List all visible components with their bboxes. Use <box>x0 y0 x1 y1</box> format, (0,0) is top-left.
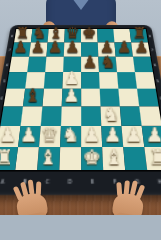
file-label-a: A <box>0 173 11 188</box>
square-d2[interactable]: ♞ <box>59 126 80 147</box>
square-b7[interactable]: ♟ <box>29 42 48 56</box>
square-a7[interactable]: ♟ <box>11 42 30 56</box>
piece-black-pawn-b7[interactable]: ♟ <box>30 40 45 56</box>
piece-black-pawn-g7[interactable]: ♟ <box>116 40 131 56</box>
piece-black-pawn-e6[interactable]: ♟ <box>82 54 97 71</box>
square-g4[interactable] <box>118 89 139 107</box>
square-e2[interactable]: ♟ <box>81 126 102 147</box>
piece-white-pawn-a2[interactable]: ♟ <box>0 126 16 146</box>
rank-label-5: 5 <box>1 75 7 85</box>
square-c2[interactable]: ♛ <box>38 126 60 147</box>
square-c4[interactable] <box>42 89 62 107</box>
piece-white-rook-h1[interactable]: ♜ <box>148 148 161 169</box>
piece-black-pawn-d7[interactable]: ♟ <box>65 40 80 56</box>
chess-board-frame: 87654321 87654321 ♜♞♝♛♚♜♟♟♟♟♟♟♟♟♞♟♝♟♞♟♟♛… <box>0 25 161 195</box>
square-h6[interactable] <box>132 57 152 72</box>
rank-label-7: 7 <box>6 45 11 54</box>
player-left-hand <box>11 181 50 215</box>
piece-white-pawn-d4[interactable]: ♟ <box>63 87 79 105</box>
square-e5[interactable] <box>81 72 100 89</box>
square-f5[interactable] <box>98 72 117 89</box>
piece-white-pawn-f2[interactable]: ♟ <box>103 126 121 146</box>
square-f1[interactable]: ♝ <box>102 147 125 170</box>
square-h1[interactable]: ♜ <box>144 147 161 170</box>
square-g2[interactable]: ♟ <box>121 126 144 147</box>
piece-black-knight-f6[interactable]: ♞ <box>100 54 115 71</box>
square-a6[interactable] <box>9 57 29 72</box>
piece-black-pawn-h7[interactable]: ♟ <box>134 40 149 56</box>
square-c5[interactable] <box>43 72 62 89</box>
square-c1[interactable]: ♝ <box>36 147 59 170</box>
square-c7[interactable]: ♟ <box>46 42 64 56</box>
square-g7[interactable]: ♟ <box>114 42 133 56</box>
square-h5[interactable] <box>134 72 155 89</box>
square-d1[interactable] <box>58 147 80 170</box>
square-e8[interactable]: ♚ <box>81 29 98 42</box>
piece-black-pawn-c7[interactable]: ♟ <box>47 40 62 56</box>
chess-board-area: 87654321 87654321 ♜♞♝♛♚♜♟♟♟♟♟♟♟♟♞♟♝♟♞♟♟♛… <box>1 23 160 165</box>
square-b4[interactable]: ♝ <box>22 89 43 107</box>
square-f6[interactable]: ♞ <box>98 57 117 72</box>
square-e4[interactable] <box>81 89 100 107</box>
piece-white-bishop-f1[interactable]: ♝ <box>104 148 122 169</box>
square-c6[interactable] <box>45 57 64 72</box>
rank-label-6: 6 <box>4 60 10 70</box>
square-e6[interactable]: ♟ <box>81 57 99 72</box>
square-d4[interactable]: ♟ <box>61 89 80 107</box>
piece-black-bishop-b4[interactable]: ♝ <box>24 87 40 105</box>
file-label-d: D <box>61 173 77 188</box>
square-e1[interactable]: ♚ <box>81 147 103 170</box>
square-g5[interactable] <box>116 72 136 89</box>
piece-white-pawn-e2[interactable]: ♟ <box>82 126 100 146</box>
rank-label-7: 7 <box>149 45 154 54</box>
square-h2[interactable]: ♟ <box>141 126 161 147</box>
piece-white-knight-d2[interactable]: ♞ <box>61 126 79 146</box>
square-b2[interactable]: ♟ <box>17 126 40 147</box>
rank-label-6: 6 <box>151 60 157 70</box>
square-d7[interactable]: ♟ <box>63 42 80 56</box>
square-g6[interactable] <box>115 57 134 72</box>
piece-white-pawn-b2[interactable]: ♟ <box>19 126 37 146</box>
file-label-e: E <box>84 173 100 188</box>
square-h4[interactable] <box>136 89 158 107</box>
square-a4[interactable] <box>3 89 25 107</box>
square-h7[interactable]: ♟ <box>131 42 150 56</box>
piece-white-pawn-g2[interactable]: ♟ <box>124 126 142 146</box>
square-b1[interactable] <box>14 147 38 170</box>
piece-white-pawn-h2[interactable]: ♟ <box>145 126 161 146</box>
piece-white-king-e1[interactable]: ♚ <box>82 148 100 169</box>
square-g1[interactable] <box>123 147 147 170</box>
square-b6[interactable] <box>27 57 46 72</box>
piece-white-bishop-c1[interactable]: ♝ <box>38 148 56 169</box>
file-label-h: H <box>150 173 161 188</box>
piece-black-pawn-a7[interactable]: ♟ <box>13 40 28 56</box>
piece-white-knight-f3[interactable]: ♞ <box>102 106 119 125</box>
player-right-hand <box>109 181 148 215</box>
chess-board-grid[interactable]: ♜♞♝♛♚♜♟♟♟♟♟♟♟♟♞♟♝♟♞♟♟♛♞♟♟♟♟♜♝♚♝♜ <box>0 29 161 170</box>
square-a2[interactable]: ♟ <box>0 126 20 147</box>
square-f2[interactable]: ♟ <box>101 126 123 147</box>
square-a5[interactable] <box>6 72 27 89</box>
piece-black-king-e8[interactable]: ♚ <box>82 26 96 42</box>
piece-white-rook-a1[interactable]: ♜ <box>0 148 13 169</box>
piece-white-queen-c2[interactable]: ♛ <box>40 126 58 146</box>
